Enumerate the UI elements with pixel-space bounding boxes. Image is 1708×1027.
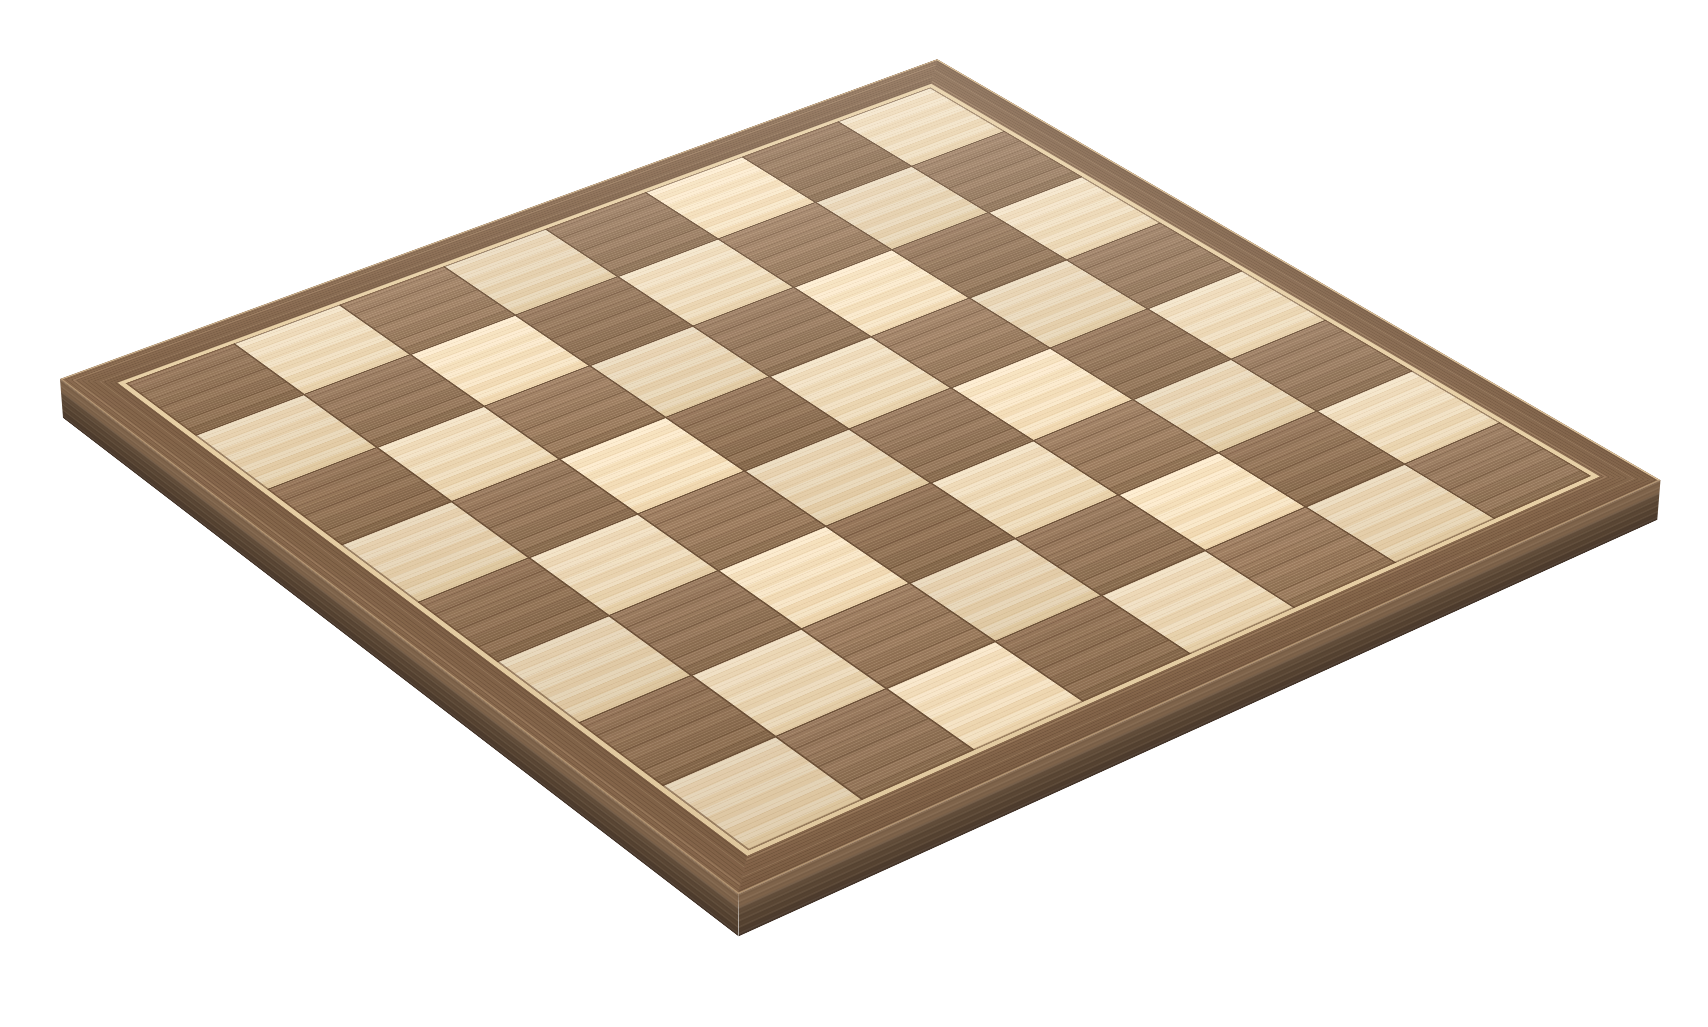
product-photo-background: [0, 0, 1708, 1027]
square-g6: [1119, 453, 1304, 550]
square-e2: [530, 515, 717, 615]
square-g5: [1016, 496, 1203, 595]
square-g2: [692, 629, 885, 736]
board-scene: [0, 0, 1708, 1027]
square-g4: [911, 539, 1100, 641]
square-f4: [827, 484, 1013, 583]
board-top-face: [60, 59, 1661, 894]
square-d3: [561, 418, 743, 513]
square-c1: [268, 448, 450, 545]
square-h3: [888, 642, 1083, 749]
square-h2: [777, 689, 974, 799]
square-f5: [932, 441, 1116, 537]
board-field: [126, 87, 1592, 850]
square-d2: [453, 460, 637, 557]
square-e4: [746, 430, 929, 526]
square-e3: [640, 472, 825, 570]
square-f2: [610, 571, 800, 674]
square-f3: [720, 527, 908, 628]
square-g3: [803, 584, 994, 688]
